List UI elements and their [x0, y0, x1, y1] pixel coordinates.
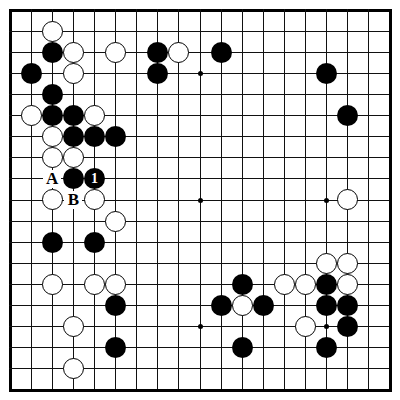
intersection-12-11: [253, 232, 274, 253]
white-stone: [337, 253, 358, 274]
intersection-5-16: [105, 337, 126, 358]
intersection-4-11: [84, 232, 105, 253]
intersection-4-13: [84, 274, 105, 295]
intersection-9-12: [189, 253, 210, 274]
intersection-17-10: [358, 211, 379, 232]
intersection-6-15: [126, 316, 147, 337]
intersection-16-11: [337, 232, 358, 253]
white-stone: [42, 126, 63, 147]
white-stone: [21, 105, 42, 126]
intersection-1-17: [21, 358, 42, 379]
intersection-5-13: [105, 274, 126, 295]
intersection-12-1: [253, 21, 274, 42]
intersection-13-9: [274, 189, 295, 210]
intersection-16-15: [337, 316, 358, 337]
intersection-16-1: [337, 21, 358, 42]
intersection-10-17: [211, 358, 232, 379]
intersection-2-5: [42, 105, 63, 126]
intersection-16-6: [337, 126, 358, 147]
intersection-9-18: [189, 379, 210, 400]
intersection-12-7: [253, 147, 274, 168]
intersection-10-7: [211, 147, 232, 168]
intersection-14-15: [295, 316, 316, 337]
black-stone: [42, 105, 63, 126]
intersection-12-4: [253, 84, 274, 105]
intersection-14-2: [295, 42, 316, 63]
intersection-12-13: [253, 274, 274, 295]
intersection-10-9: [211, 189, 232, 210]
intersection-6-8: [126, 168, 147, 189]
white-stone: [63, 42, 84, 63]
intersection-10-4: [211, 84, 232, 105]
intersection-5-4: [105, 84, 126, 105]
intersection-15-4: [316, 84, 337, 105]
intersection-13-6: [274, 126, 295, 147]
intersection-3-8: [63, 168, 84, 189]
intersection-4-7: [84, 147, 105, 168]
intersection-2-17: [42, 358, 63, 379]
intersection-14-14: [295, 295, 316, 316]
intersection-2-13: [42, 274, 63, 295]
intersection-0-13: [0, 274, 21, 295]
intersection-2-6: [42, 126, 63, 147]
intersection-7-3: [147, 63, 168, 84]
intersection-13-7: [274, 147, 295, 168]
intersection-7-9: [147, 189, 168, 210]
intersection-11-16: [232, 337, 253, 358]
white-stone: [42, 21, 63, 42]
intersection-3-13: [63, 274, 84, 295]
black-stone: [63, 168, 84, 189]
intersection-7-10: [147, 211, 168, 232]
intersection-17-5: [358, 105, 379, 126]
intersection-0-5: [0, 105, 21, 126]
intersection-13-18: [274, 379, 295, 400]
intersection-0-15: [0, 316, 21, 337]
intersection-5-11: [105, 232, 126, 253]
intersection-5-3: [105, 63, 126, 84]
intersection-13-11: [274, 232, 295, 253]
intersection-3-14: [63, 295, 84, 316]
intersection-3-3: [63, 63, 84, 84]
intersection-0-1: [0, 21, 21, 42]
intersection-6-10: [126, 211, 147, 232]
intersection-12-14: [253, 295, 274, 316]
intersection-18-15: [379, 316, 400, 337]
intersection-1-3: [21, 63, 42, 84]
intersection-10-18: [211, 379, 232, 400]
intersection-13-10: [274, 211, 295, 232]
intersection-8-12: [168, 253, 189, 274]
intersection-10-5: [211, 105, 232, 126]
intersection-2-1: [42, 21, 63, 42]
intersection-4-0: [84, 0, 105, 21]
intersection-14-12: [295, 253, 316, 274]
intersection-14-3: [295, 63, 316, 84]
black-stone: [63, 105, 84, 126]
black-stone-move-1: 1: [84, 168, 105, 189]
intersection-8-3: [168, 63, 189, 84]
intersection-17-12: [358, 253, 379, 274]
go-board: A1B: [0, 0, 400, 400]
intersection-6-13: [126, 274, 147, 295]
intersection-10-6: [211, 126, 232, 147]
intersection-8-6: [168, 126, 189, 147]
white-stone: [337, 189, 358, 210]
intersection-1-7: [21, 147, 42, 168]
intersection-8-18: [168, 379, 189, 400]
intersection-7-7: [147, 147, 168, 168]
intersection-18-18: [379, 379, 400, 400]
intersection-12-5: [253, 105, 274, 126]
intersection-15-5: [316, 105, 337, 126]
intersection-10-16: [211, 337, 232, 358]
intersection-17-1: [358, 21, 379, 42]
intersection-5-0: [105, 0, 126, 21]
black-stone: [232, 274, 253, 295]
intersection-17-8: [358, 168, 379, 189]
intersection-2-15: [42, 316, 63, 337]
black-stone: [105, 126, 126, 147]
intersection-11-8: [232, 168, 253, 189]
intersection-18-13: [379, 274, 400, 295]
white-stone: [42, 274, 63, 295]
white-stone: [42, 147, 63, 168]
intersection-6-4: [126, 84, 147, 105]
intersection-17-6: [358, 126, 379, 147]
intersection-2-8: A: [42, 168, 63, 189]
intersection-12-15: [253, 316, 274, 337]
white-stone: [295, 316, 316, 337]
intersection-7-14: [147, 295, 168, 316]
intersection-0-11: [0, 232, 21, 253]
white-stone: [295, 274, 316, 295]
black-stone: [232, 337, 253, 358]
intersection-17-15: [358, 316, 379, 337]
intersection-17-3: [358, 63, 379, 84]
intersection-6-5: [126, 105, 147, 126]
intersection-2-4: [42, 84, 63, 105]
intersection-7-12: [147, 253, 168, 274]
intersection-18-2: [379, 42, 400, 63]
intersection-5-14: [105, 295, 126, 316]
intersection-15-7: [316, 147, 337, 168]
point-label-B: B: [64, 191, 82, 209]
intersection-4-1: [84, 21, 105, 42]
intersection-14-10: [295, 211, 316, 232]
intersection-6-18: [126, 379, 147, 400]
intersection-3-4: [63, 84, 84, 105]
black-stone: [316, 274, 337, 295]
intersection-1-2: [21, 42, 42, 63]
white-stone: [274, 274, 295, 295]
white-stone: [105, 211, 126, 232]
intersection-11-5: [232, 105, 253, 126]
intersection-14-16: [295, 337, 316, 358]
intersection-17-0: [358, 0, 379, 21]
intersection-10-2: [211, 42, 232, 63]
intersection-8-15: [168, 316, 189, 337]
white-stone: [63, 316, 84, 337]
intersection-9-1: [189, 21, 210, 42]
intersection-11-10: [232, 211, 253, 232]
intersection-15-17: [316, 358, 337, 379]
intersection-13-15: [274, 316, 295, 337]
intersection-0-17: [0, 358, 21, 379]
intersection-5-9: [105, 189, 126, 210]
intersection-1-0: [21, 0, 42, 21]
black-stone: [21, 63, 42, 84]
intersection-7-8: [147, 168, 168, 189]
intersection-8-13: [168, 274, 189, 295]
intersection-0-2: [0, 42, 21, 63]
intersection-3-7: [63, 147, 84, 168]
intersection-17-13: [358, 274, 379, 295]
intersection-9-17: [189, 358, 210, 379]
intersection-18-0: [379, 0, 400, 21]
intersection-0-16: [0, 337, 21, 358]
intersection-10-10: [211, 211, 232, 232]
intersection-14-5: [295, 105, 316, 126]
intersection-12-2: [253, 42, 274, 63]
intersection-10-12: [211, 253, 232, 274]
intersection-16-4: [337, 84, 358, 105]
intersection-8-14: [168, 295, 189, 316]
intersection-15-2: [316, 42, 337, 63]
intersection-1-14: [21, 295, 42, 316]
intersection-8-10: [168, 211, 189, 232]
intersection-3-5: [63, 105, 84, 126]
intersection-5-12: [105, 253, 126, 274]
intersection-16-14: [337, 295, 358, 316]
intersection-15-15: [316, 316, 337, 337]
intersection-6-3: [126, 63, 147, 84]
white-stone: [84, 189, 105, 210]
intersection-10-13: [211, 274, 232, 295]
intersection-2-12: [42, 253, 63, 274]
intersection-8-8: [168, 168, 189, 189]
intersection-8-16: [168, 337, 189, 358]
intersection-15-6: [316, 126, 337, 147]
intersection-17-17: [358, 358, 379, 379]
intersection-14-18: [295, 379, 316, 400]
intersection-8-1: [168, 21, 189, 42]
intersection-8-0: [168, 0, 189, 21]
intersection-8-7: [168, 147, 189, 168]
intersection-1-5: [21, 105, 42, 126]
black-stone: [211, 42, 232, 63]
intersection-3-6: [63, 126, 84, 147]
intersection-3-18: [63, 379, 84, 400]
intersection-11-7: [232, 147, 253, 168]
intersection-13-1: [274, 21, 295, 42]
intersection-3-12: [63, 253, 84, 274]
intersection-9-14: [189, 295, 210, 316]
intersection-2-7: [42, 147, 63, 168]
black-stone: [316, 337, 337, 358]
intersection-16-8: [337, 168, 358, 189]
intersection-9-7: [189, 147, 210, 168]
intersection-0-3: [0, 63, 21, 84]
intersection-1-18: [21, 379, 42, 400]
intersection-15-16: [316, 337, 337, 358]
black-stone: [105, 337, 126, 358]
intersection-18-5: [379, 105, 400, 126]
intersection-7-16: [147, 337, 168, 358]
intersection-7-11: [147, 232, 168, 253]
intersection-15-3: [316, 63, 337, 84]
intersection-4-16: [84, 337, 105, 358]
intersection-17-4: [358, 84, 379, 105]
intersection-12-16: [253, 337, 274, 358]
intersection-5-18: [105, 379, 126, 400]
intersection-1-1: [21, 21, 42, 42]
intersection-12-0: [253, 0, 274, 21]
intersection-4-2: [84, 42, 105, 63]
intersection-9-5: [189, 105, 210, 126]
intersection-5-17: [105, 358, 126, 379]
intersection-9-11: [189, 232, 210, 253]
intersection-0-18: [0, 379, 21, 400]
black-stone: [147, 63, 168, 84]
intersection-6-12: [126, 253, 147, 274]
intersection-9-4: [189, 84, 210, 105]
intersection-3-2: [63, 42, 84, 63]
intersection-0-12: [0, 253, 21, 274]
intersection-13-5: [274, 105, 295, 126]
intersection-6-17: [126, 358, 147, 379]
intersection-18-14: [379, 295, 400, 316]
intersection-18-8: [379, 168, 400, 189]
intersection-11-2: [232, 42, 253, 63]
intersection-16-12: [337, 253, 358, 274]
intersection-16-13: [337, 274, 358, 295]
intersection-14-1: [295, 21, 316, 42]
intersection-18-4: [379, 84, 400, 105]
white-stone: [105, 274, 126, 295]
intersection-0-6: [0, 126, 21, 147]
intersection-13-13: [274, 274, 295, 295]
intersection-3-10: [63, 211, 84, 232]
intersection-5-7: [105, 147, 126, 168]
intersection-6-9: [126, 189, 147, 210]
intersection-11-15: [232, 316, 253, 337]
intersection-0-10: [0, 211, 21, 232]
intersection-4-14: [84, 295, 105, 316]
intersection-7-17: [147, 358, 168, 379]
intersection-2-9: [42, 189, 63, 210]
intersection-0-9: [0, 189, 21, 210]
intersection-15-18: [316, 379, 337, 400]
intersection-18-10: [379, 211, 400, 232]
intersection-15-13: [316, 274, 337, 295]
intersection-4-10: [84, 211, 105, 232]
intersection-4-5: [84, 105, 105, 126]
intersection-14-13: [295, 274, 316, 295]
intersection-13-3: [274, 63, 295, 84]
intersection-12-17: [253, 358, 274, 379]
intersection-11-4: [232, 84, 253, 105]
point-label-A: A: [43, 170, 61, 188]
intersection-4-15: [84, 316, 105, 337]
intersection-18-16: [379, 337, 400, 358]
white-stone: [84, 274, 105, 295]
intersection-6-1: [126, 21, 147, 42]
intersection-2-16: [42, 337, 63, 358]
intersection-0-4: [0, 84, 21, 105]
intersection-18-7: [379, 147, 400, 168]
intersection-5-5: [105, 105, 126, 126]
intersection-6-16: [126, 337, 147, 358]
intersection-16-9: [337, 189, 358, 210]
white-stone: [337, 274, 358, 295]
intersection-9-0: [189, 0, 210, 21]
intersection-4-17: [84, 358, 105, 379]
black-stone: [63, 126, 84, 147]
intersection-15-12: [316, 253, 337, 274]
intersection-5-2: [105, 42, 126, 63]
intersection-3-16: [63, 337, 84, 358]
intersection-13-17: [274, 358, 295, 379]
intersection-11-6: [232, 126, 253, 147]
intersection-7-2: [147, 42, 168, 63]
intersection-13-16: [274, 337, 295, 358]
intersection-14-9: [295, 189, 316, 210]
intersection-11-13: [232, 274, 253, 295]
black-stone: [105, 295, 126, 316]
intersection-1-15: [21, 316, 42, 337]
intersection-17-9: [358, 189, 379, 210]
intersection-4-12: [84, 253, 105, 274]
intersection-18-12: [379, 253, 400, 274]
black-stone: [211, 295, 232, 316]
intersection-2-14: [42, 295, 63, 316]
intersection-17-14: [358, 295, 379, 316]
intersection-18-1: [379, 21, 400, 42]
intersection-10-15: [211, 316, 232, 337]
intersection-3-1: [63, 21, 84, 42]
intersection-12-18: [253, 379, 274, 400]
intersection-4-6: [84, 126, 105, 147]
intersection-14-17: [295, 358, 316, 379]
intersection-5-15: [105, 316, 126, 337]
intersection-18-11: [379, 232, 400, 253]
intersection-10-1: [211, 21, 232, 42]
black-stone: [42, 42, 63, 63]
intersection-11-9: [232, 189, 253, 210]
white-stone: [105, 42, 126, 63]
intersection-0-8: [0, 168, 21, 189]
intersection-18-17: [379, 358, 400, 379]
intersection-5-10: [105, 211, 126, 232]
intersection-3-17: [63, 358, 84, 379]
intersection-18-6: [379, 126, 400, 147]
intersection-16-2: [337, 42, 358, 63]
intersection-12-6: [253, 126, 274, 147]
black-stone: [337, 316, 358, 337]
intersection-16-16: [337, 337, 358, 358]
black-stone: [253, 295, 274, 316]
intersection-14-8: [295, 168, 316, 189]
intersection-13-14: [274, 295, 295, 316]
intersection-4-18: [84, 379, 105, 400]
intersection-2-10: [42, 211, 63, 232]
intersection-2-0: [42, 0, 63, 21]
intersection-1-9: [21, 189, 42, 210]
intersection-7-18: [147, 379, 168, 400]
white-stone: [316, 253, 337, 274]
intersection-4-9: [84, 189, 105, 210]
